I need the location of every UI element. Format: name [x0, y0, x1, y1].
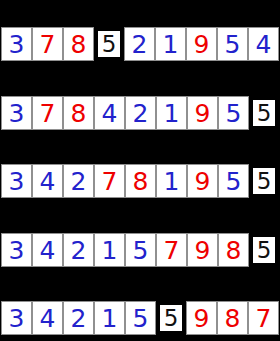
array-cell: 9	[186, 301, 217, 335]
pivot-cell: 5	[158, 303, 184, 333]
array-cell: 4	[248, 27, 279, 61]
partition-step-row-1: 378521954	[1, 27, 279, 61]
array-cell: 8	[218, 233, 249, 267]
array-cell: 3	[1, 27, 32, 61]
array-cell: 3	[1, 164, 32, 198]
array-cell: 2	[63, 164, 94, 198]
array-cell: 5	[125, 233, 156, 267]
array-cell: 3	[1, 96, 32, 130]
array-cell: 4	[32, 164, 63, 198]
array-cell: 1	[94, 301, 125, 335]
array-cell: 9	[187, 96, 218, 130]
pivot-cell: 5	[251, 98, 277, 128]
array-cell: 8	[217, 301, 248, 335]
array-cell: 2	[63, 301, 94, 335]
partition-step-row-3: 342781955	[1, 164, 279, 198]
array-cell: 1	[94, 233, 125, 267]
array-cell: 7	[94, 164, 125, 198]
array-cell: 2	[63, 233, 94, 267]
array-cell: 8	[63, 96, 94, 130]
array-cell: 3	[1, 233, 32, 267]
array-cell: 1	[156, 164, 187, 198]
array-cell: 7	[32, 27, 63, 61]
array-cell: 9	[186, 27, 217, 61]
pivot-cell: 5	[251, 235, 277, 265]
array-cell: 2	[124, 27, 155, 61]
array-cell: 5	[218, 164, 249, 198]
array-cell: 5	[218, 96, 249, 130]
array-cell: 7	[248, 301, 279, 335]
partition-step-row-5: 342155987	[1, 301, 279, 335]
array-cell: 9	[187, 233, 218, 267]
array-cell: 4	[32, 301, 63, 335]
partition-step-row-4: 342157985	[1, 233, 279, 267]
array-cell: 3	[1, 301, 32, 335]
array-cell: 8	[63, 27, 94, 61]
array-cell: 5	[217, 27, 248, 61]
quicksort-partition-diagram: 378521954 378421955 342781955 342157985 …	[0, 0, 280, 341]
array-cell: 2	[125, 96, 156, 130]
array-cell: 1	[156, 96, 187, 130]
array-cell: 5	[125, 301, 156, 335]
array-cell: 1	[155, 27, 186, 61]
array-cell: 9	[187, 164, 218, 198]
array-cell: 7	[156, 233, 187, 267]
array-cell: 7	[32, 96, 63, 130]
array-cell: 4	[94, 96, 125, 130]
partition-step-row-2: 378421955	[1, 96, 279, 130]
pivot-cell: 5	[96, 29, 122, 59]
array-cell: 8	[125, 164, 156, 198]
array-cell: 4	[32, 233, 63, 267]
pivot-cell: 5	[251, 166, 277, 196]
